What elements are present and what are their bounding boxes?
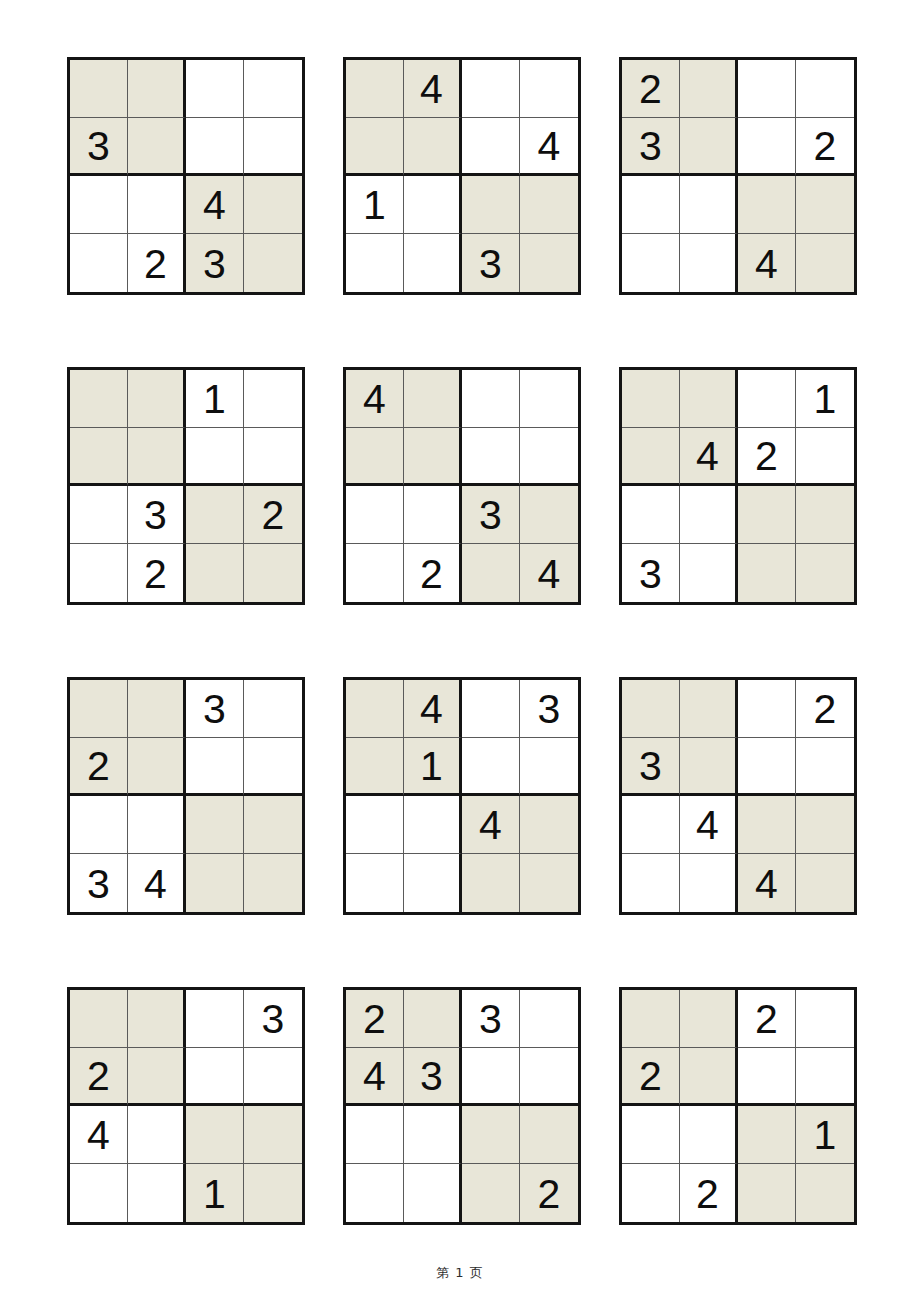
- sudoku-board-3: 2324: [619, 57, 857, 295]
- puzzle-3-cell-r1c1[interactable]: 2: [622, 60, 680, 118]
- puzzle-11-cell-r2c2[interactable]: 3: [404, 1048, 462, 1106]
- puzzle-3-cell-r3c3[interactable]: [738, 176, 796, 234]
- puzzle-2-cell-r3c2[interactable]: [404, 176, 462, 234]
- puzzle-grid-layout: 3423 4413 2324 1322 4324 1423 3234 4314 …: [67, 57, 857, 1225]
- puzzle-9-cell-r2c4[interactable]: [796, 738, 854, 796]
- puzzle-5-cell-r3c4[interactable]: [520, 486, 578, 544]
- sudoku-board-1: 3423: [67, 57, 305, 295]
- puzzle-4-cell-r3c1[interactable]: [70, 486, 128, 544]
- puzzle-4-cell-r4c1[interactable]: [70, 544, 128, 602]
- puzzle-10-cell-r2c2[interactable]: [128, 1048, 186, 1106]
- puzzle-2-cell-r1c2[interactable]: 4: [404, 60, 462, 118]
- sudoku-board-5: 4324: [343, 367, 581, 605]
- puzzle-9-cell-r4c2[interactable]: [680, 854, 738, 912]
- puzzle-6-cell-r1c2[interactable]: [680, 370, 738, 428]
- puzzle-7-cell-r2c1[interactable]: 2: [70, 738, 128, 796]
- puzzle-7-cell-r4c2[interactable]: 4: [128, 854, 186, 912]
- puzzle-1-cell-r3c3[interactable]: 4: [186, 176, 244, 234]
- puzzle-11-cell-r3c1[interactable]: [346, 1106, 404, 1164]
- puzzle-6-cell-r4c1[interactable]: 3: [622, 544, 680, 602]
- puzzle-9-cell-r1c4[interactable]: 2: [796, 680, 854, 738]
- puzzle-4-cell-r4c3[interactable]: [186, 544, 244, 602]
- puzzle-6-cell-r4c2[interactable]: [680, 544, 738, 602]
- puzzle-11-cell-r3c3[interactable]: [462, 1106, 520, 1164]
- puzzle-7-cell-r2c3[interactable]: [186, 738, 244, 796]
- puzzle-3-cell-r2c4[interactable]: 2: [796, 118, 854, 176]
- puzzle-2-cell-r1c3[interactable]: [462, 60, 520, 118]
- puzzle-8-cell-r3c4[interactable]: [520, 796, 578, 854]
- puzzle-12-cell-r4c1[interactable]: [622, 1164, 680, 1222]
- puzzle-3-cell-r4c4[interactable]: [796, 234, 854, 292]
- puzzle-7-cell-r3c4[interactable]: [244, 796, 302, 854]
- puzzle-10-cell-r4c3[interactable]: 1: [186, 1164, 244, 1222]
- puzzle-9-cell-r3c4[interactable]: [796, 796, 854, 854]
- puzzle-7-cell-r1c2[interactable]: [128, 680, 186, 738]
- puzzle-1-cell-r2c3[interactable]: [186, 118, 244, 176]
- puzzle-4-cell-r3c4[interactable]: 2: [244, 486, 302, 544]
- puzzle-12-cell-r3c1[interactable]: [622, 1106, 680, 1164]
- puzzle-5-cell-r2c1[interactable]: [346, 428, 404, 486]
- puzzle-8-cell-r4c3[interactable]: [462, 854, 520, 912]
- puzzle-8-cell-r3c3[interactable]: 4: [462, 796, 520, 854]
- puzzle-9-cell-r2c3[interactable]: [738, 738, 796, 796]
- puzzle-7-cell-r1c3[interactable]: 3: [186, 680, 244, 738]
- puzzle-1-cell-r3c2[interactable]: [128, 176, 186, 234]
- puzzle-2-cell-r1c1[interactable]: [346, 60, 404, 118]
- puzzle-3-cell-r3c4[interactable]: [796, 176, 854, 234]
- puzzle-11-cell-r3c4[interactable]: [520, 1106, 578, 1164]
- sudoku-board-12: 2212: [619, 987, 857, 1225]
- puzzle-2-cell-r2c3[interactable]: [462, 118, 520, 176]
- puzzle-8-cell-r2c1[interactable]: [346, 738, 404, 796]
- puzzle-2-cell-r4c1[interactable]: [346, 234, 404, 292]
- puzzle-4-cell-r2c1[interactable]: [70, 428, 128, 486]
- puzzle-2-cell-r4c2[interactable]: [404, 234, 462, 292]
- puzzle-11-cell-r4c3[interactable]: [462, 1164, 520, 1222]
- puzzle-3-cell-r2c1[interactable]: 3: [622, 118, 680, 176]
- puzzle-12-cell-r3c2[interactable]: [680, 1106, 738, 1164]
- puzzle-12-cell-r1c4[interactable]: [796, 990, 854, 1048]
- puzzle-12-cell-r2c1[interactable]: 2: [622, 1048, 680, 1106]
- puzzle-12-cell-r4c4[interactable]: [796, 1164, 854, 1222]
- sudoku-board-11: 23432: [343, 987, 581, 1225]
- puzzle-7-cell-r1c1[interactable]: [70, 680, 128, 738]
- puzzle-11-cell-r1c4[interactable]: [520, 990, 578, 1048]
- puzzle-10-cell-r2c4[interactable]: [244, 1048, 302, 1106]
- puzzle-11-cell-r1c3[interactable]: 3: [462, 990, 520, 1048]
- puzzle-5-cell-r4c1[interactable]: [346, 544, 404, 602]
- puzzle-10-cell-r2c1[interactable]: 2: [70, 1048, 128, 1106]
- puzzle-12-cell-r3c3[interactable]: [738, 1106, 796, 1164]
- puzzle-10-cell-r4c4[interactable]: [244, 1164, 302, 1222]
- puzzle-1-cell-r4c4[interactable]: [244, 234, 302, 292]
- puzzle-3-cell-r1c3[interactable]: [738, 60, 796, 118]
- puzzle-10-cell-r1c1[interactable]: [70, 990, 128, 1048]
- puzzle-12-cell-r1c2[interactable]: [680, 990, 738, 1048]
- puzzle-1-cell-r2c1[interactable]: 3: [70, 118, 128, 176]
- puzzle-10-cell-r3c2[interactable]: [128, 1106, 186, 1164]
- puzzle-9-cell-r2c2[interactable]: [680, 738, 738, 796]
- puzzle-8-cell-r2c4[interactable]: [520, 738, 578, 796]
- puzzle-5-cell-r2c3[interactable]: [462, 428, 520, 486]
- puzzle-11-cell-r4c1[interactable]: [346, 1164, 404, 1222]
- puzzle-8-cell-r2c3[interactable]: [462, 738, 520, 796]
- puzzle-7-cell-r4c3[interactable]: [186, 854, 244, 912]
- puzzle-2-cell-r4c3[interactable]: 3: [462, 234, 520, 292]
- sudoku-board-8: 4314: [343, 677, 581, 915]
- puzzle-11-cell-r2c1[interactable]: 4: [346, 1048, 404, 1106]
- puzzle-10-cell-r3c4[interactable]: [244, 1106, 302, 1164]
- puzzle-11-cell-r3c2[interactable]: [404, 1106, 462, 1164]
- puzzle-5-cell-r4c2[interactable]: 2: [404, 544, 462, 602]
- puzzle-7-cell-r4c4[interactable]: [244, 854, 302, 912]
- puzzle-3-cell-r1c4[interactable]: [796, 60, 854, 118]
- puzzle-4-cell-r4c2[interactable]: 2: [128, 544, 186, 602]
- sudoku-board-7: 3234: [67, 677, 305, 915]
- puzzle-4-cell-r3c3[interactable]: [186, 486, 244, 544]
- puzzle-11-cell-r1c1[interactable]: 2: [346, 990, 404, 1048]
- puzzle-3-cell-r4c1[interactable]: [622, 234, 680, 292]
- puzzle-10-cell-r4c2[interactable]: [128, 1164, 186, 1222]
- sudoku-board-4: 1322: [67, 367, 305, 605]
- puzzle-9-cell-r3c2[interactable]: 4: [680, 796, 738, 854]
- puzzle-4-cell-r1c3[interactable]: 1: [186, 370, 244, 428]
- puzzle-9-cell-r3c1[interactable]: [622, 796, 680, 854]
- puzzle-3-cell-r1c2[interactable]: [680, 60, 738, 118]
- puzzle-1-cell-r4c1[interactable]: [70, 234, 128, 292]
- puzzle-11-cell-r4c2[interactable]: [404, 1164, 462, 1222]
- puzzle-1-cell-r1c1[interactable]: [70, 60, 128, 118]
- puzzle-4-cell-r2c2[interactable]: [128, 428, 186, 486]
- puzzle-3-cell-r3c2[interactable]: [680, 176, 738, 234]
- puzzle-4-cell-r1c4[interactable]: [244, 370, 302, 428]
- puzzle-2-cell-r2c2[interactable]: [404, 118, 462, 176]
- puzzle-11-cell-r2c4[interactable]: [520, 1048, 578, 1106]
- puzzle-4-cell-r1c2[interactable]: [128, 370, 186, 428]
- page-number-footer: 第 1 页: [0, 1264, 920, 1282]
- puzzle-6-cell-r1c3[interactable]: [738, 370, 796, 428]
- puzzle-8-cell-r4c2[interactable]: [404, 854, 462, 912]
- puzzle-12-cell-r3c4[interactable]: 1: [796, 1106, 854, 1164]
- puzzle-12-cell-r2c2[interactable]: [680, 1048, 738, 1106]
- puzzle-8-cell-r4c1[interactable]: [346, 854, 404, 912]
- puzzle-4-cell-r4c4[interactable]: [244, 544, 302, 602]
- puzzle-5-cell-r3c1[interactable]: [346, 486, 404, 544]
- sudoku-board-9: 2344: [619, 677, 857, 915]
- puzzle-9-cell-r4c1[interactable]: [622, 854, 680, 912]
- puzzle-9-cell-r1c1[interactable]: [622, 680, 680, 738]
- puzzle-10-cell-r1c3[interactable]: [186, 990, 244, 1048]
- puzzle-11-cell-r2c3[interactable]: [462, 1048, 520, 1106]
- puzzle-2-cell-r4c4[interactable]: [520, 234, 578, 292]
- puzzle-9-cell-r2c1[interactable]: 3: [622, 738, 680, 796]
- puzzle-5-cell-r1c2[interactable]: [404, 370, 462, 428]
- puzzle-5-cell-r1c1[interactable]: 4: [346, 370, 404, 428]
- puzzle-9-cell-r4c3[interactable]: 4: [738, 854, 796, 912]
- puzzle-1-cell-r1c2[interactable]: [128, 60, 186, 118]
- puzzle-5-cell-r1c3[interactable]: [462, 370, 520, 428]
- puzzle-11-cell-r4c4[interactable]: 2: [520, 1164, 578, 1222]
- puzzle-12-cell-r2c3[interactable]: [738, 1048, 796, 1106]
- puzzle-2-cell-r2c1[interactable]: [346, 118, 404, 176]
- puzzle-4-cell-r1c1[interactable]: [70, 370, 128, 428]
- puzzle-10-cell-r3c1[interactable]: 4: [70, 1106, 128, 1164]
- puzzle-12-cell-r4c3[interactable]: [738, 1164, 796, 1222]
- puzzle-1-cell-r1c4[interactable]: [244, 60, 302, 118]
- puzzle-3-cell-r4c3[interactable]: 4: [738, 234, 796, 292]
- puzzle-12-cell-r1c3[interactable]: 2: [738, 990, 796, 1048]
- sudoku-board-10: 3241: [67, 987, 305, 1225]
- puzzle-6-cell-r3c1[interactable]: [622, 486, 680, 544]
- puzzle-1-cell-r3c4[interactable]: [244, 176, 302, 234]
- puzzle-8-cell-r1c4[interactable]: 3: [520, 680, 578, 738]
- puzzle-6-cell-r2c4[interactable]: [796, 428, 854, 486]
- puzzle-2-cell-r3c4[interactable]: [520, 176, 578, 234]
- puzzle-4-cell-r2c3[interactable]: [186, 428, 244, 486]
- puzzle-1-cell-r1c3[interactable]: [186, 60, 244, 118]
- puzzle-8-cell-r1c3[interactable]: [462, 680, 520, 738]
- puzzle-8-cell-r3c1[interactable]: [346, 796, 404, 854]
- puzzle-6-cell-r2c1[interactable]: [622, 428, 680, 486]
- puzzle-8-cell-r3c2[interactable]: [404, 796, 462, 854]
- puzzle-9-cell-r4c4[interactable]: [796, 854, 854, 912]
- puzzle-5-cell-r2c4[interactable]: [520, 428, 578, 486]
- puzzle-6-cell-r2c2[interactable]: 4: [680, 428, 738, 486]
- puzzle-6-cell-r4c4[interactable]: [796, 544, 854, 602]
- puzzle-5-cell-r1c4[interactable]: [520, 370, 578, 428]
- puzzle-7-cell-r4c1[interactable]: 3: [70, 854, 128, 912]
- puzzle-5-cell-r3c3[interactable]: 3: [462, 486, 520, 544]
- sudoku-board-6: 1423: [619, 367, 857, 605]
- puzzle-6-cell-r1c1[interactable]: [622, 370, 680, 428]
- puzzle-7-cell-r2c4[interactable]: [244, 738, 302, 796]
- puzzle-7-cell-r3c2[interactable]: [128, 796, 186, 854]
- puzzle-6-cell-r3c4[interactable]: [796, 486, 854, 544]
- puzzle-3-cell-r4c2[interactable]: [680, 234, 738, 292]
- puzzle-9-cell-r3c3[interactable]: [738, 796, 796, 854]
- puzzle-6-cell-r1c4[interactable]: 1: [796, 370, 854, 428]
- puzzle-sheet: 3423 4413 2324 1322 4324 1423 3234 4314 …: [0, 0, 920, 1303]
- puzzle-5-cell-r2c2[interactable]: [404, 428, 462, 486]
- puzzle-9-cell-r1c3[interactable]: [738, 680, 796, 738]
- puzzle-4-cell-r3c2[interactable]: 3: [128, 486, 186, 544]
- puzzle-5-cell-r3c2[interactable]: [404, 486, 462, 544]
- puzzle-1-cell-r3c1[interactable]: [70, 176, 128, 234]
- puzzle-2-cell-r2c4[interactable]: 4: [520, 118, 578, 176]
- puzzle-7-cell-r3c1[interactable]: [70, 796, 128, 854]
- puzzle-8-cell-r4c4[interactable]: [520, 854, 578, 912]
- puzzle-12-cell-r4c2[interactable]: 2: [680, 1164, 738, 1222]
- puzzle-12-cell-r1c1[interactable]: [622, 990, 680, 1048]
- puzzle-8-cell-r1c2[interactable]: 4: [404, 680, 462, 738]
- puzzle-2-cell-r3c3[interactable]: [462, 176, 520, 234]
- puzzle-3-cell-r3c1[interactable]: [622, 176, 680, 234]
- puzzle-2-cell-r3c1[interactable]: 1: [346, 176, 404, 234]
- puzzle-11-cell-r1c2[interactable]: [404, 990, 462, 1048]
- puzzle-4-cell-r2c4[interactable]: [244, 428, 302, 486]
- puzzle-10-cell-r1c2[interactable]: [128, 990, 186, 1048]
- puzzle-2-cell-r1c4[interactable]: [520, 60, 578, 118]
- puzzle-8-cell-r2c2[interactable]: 1: [404, 738, 462, 796]
- puzzle-10-cell-r4c1[interactable]: [70, 1164, 128, 1222]
- puzzle-10-cell-r1c4[interactable]: 3: [244, 990, 302, 1048]
- puzzle-1-cell-r2c4[interactable]: [244, 118, 302, 176]
- puzzle-7-cell-r1c4[interactable]: [244, 680, 302, 738]
- puzzle-5-cell-r4c3[interactable]: [462, 544, 520, 602]
- puzzle-1-cell-r4c3[interactable]: 3: [186, 234, 244, 292]
- puzzle-12-cell-r2c4[interactable]: [796, 1048, 854, 1106]
- sudoku-board-2: 4413: [343, 57, 581, 295]
- puzzle-7-cell-r3c3[interactable]: [186, 796, 244, 854]
- puzzle-6-cell-r3c2[interactable]: [680, 486, 738, 544]
- puzzle-6-cell-r2c3[interactable]: 2: [738, 428, 796, 486]
- puzzle-1-cell-r2c2[interactable]: [128, 118, 186, 176]
- puzzle-8-cell-r1c1[interactable]: [346, 680, 404, 738]
- puzzle-10-cell-r3c3[interactable]: [186, 1106, 244, 1164]
- puzzle-1-cell-r4c2[interactable]: 2: [128, 234, 186, 292]
- puzzle-7-cell-r2c2[interactable]: [128, 738, 186, 796]
- puzzle-3-cell-r2c3[interactable]: [738, 118, 796, 176]
- puzzle-3-cell-r2c2[interactable]: [680, 118, 738, 176]
- puzzle-9-cell-r1c2[interactable]: [680, 680, 738, 738]
- puzzle-10-cell-r2c3[interactable]: [186, 1048, 244, 1106]
- puzzle-5-cell-r4c4[interactable]: 4: [520, 544, 578, 602]
- puzzle-6-cell-r4c3[interactable]: [738, 544, 796, 602]
- puzzle-6-cell-r3c3[interactable]: [738, 486, 796, 544]
